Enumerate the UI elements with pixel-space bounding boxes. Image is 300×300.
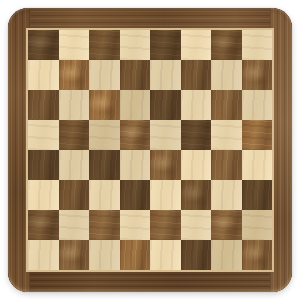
square-h5[interactable] — [242, 120, 273, 150]
square-a3[interactable] — [28, 180, 59, 210]
square-g1[interactable] — [211, 240, 242, 270]
square-b6[interactable] — [59, 90, 90, 120]
square-c5[interactable] — [89, 120, 120, 150]
square-h8[interactable] — [242, 30, 273, 60]
square-g2[interactable] — [211, 210, 242, 240]
square-a6[interactable] — [28, 90, 59, 120]
square-b1[interactable] — [59, 240, 90, 270]
square-b3[interactable] — [59, 180, 90, 210]
square-a1[interactable] — [28, 240, 59, 270]
square-h1[interactable] — [242, 240, 273, 270]
square-h7[interactable] — [242, 60, 273, 90]
square-b8[interactable] — [59, 30, 90, 60]
square-c8[interactable] — [89, 30, 120, 60]
square-c4[interactable] — [89, 150, 120, 180]
square-g8[interactable] — [211, 30, 242, 60]
square-d4[interactable] — [120, 150, 151, 180]
square-c2[interactable] — [89, 210, 120, 240]
square-c3[interactable] — [89, 180, 120, 210]
square-f1[interactable] — [181, 240, 212, 270]
square-e8[interactable] — [150, 30, 181, 60]
square-f4[interactable] — [181, 150, 212, 180]
square-c1[interactable] — [89, 240, 120, 270]
square-b5[interactable] — [59, 120, 90, 150]
square-b4[interactable] — [59, 150, 90, 180]
square-a5[interactable] — [28, 120, 59, 150]
square-e3[interactable] — [150, 180, 181, 210]
photo-background — [0, 0, 300, 300]
square-d5[interactable] — [120, 120, 151, 150]
square-e2[interactable] — [150, 210, 181, 240]
square-d3[interactable] — [120, 180, 151, 210]
square-a8[interactable] — [28, 30, 59, 60]
square-d1[interactable] — [120, 240, 151, 270]
square-g4[interactable] — [211, 150, 242, 180]
square-f2[interactable] — [181, 210, 212, 240]
square-e1[interactable] — [150, 240, 181, 270]
square-h4[interactable] — [242, 150, 273, 180]
square-e6[interactable] — [150, 90, 181, 120]
square-a7[interactable] — [28, 60, 59, 90]
square-g7[interactable] — [211, 60, 242, 90]
square-c6[interactable] — [89, 90, 120, 120]
square-h6[interactable] — [242, 90, 273, 120]
square-f6[interactable] — [181, 90, 212, 120]
square-g5[interactable] — [211, 120, 242, 150]
square-d6[interactable] — [120, 90, 151, 120]
board-playing-area — [26, 28, 274, 272]
square-b2[interactable] — [59, 210, 90, 240]
square-b7[interactable] — [59, 60, 90, 90]
square-d8[interactable] — [120, 30, 151, 60]
square-g3[interactable] — [211, 180, 242, 210]
square-f7[interactable] — [181, 60, 212, 90]
square-h2[interactable] — [242, 210, 273, 240]
square-d7[interactable] — [120, 60, 151, 90]
square-d2[interactable] — [120, 210, 151, 240]
square-a2[interactable] — [28, 210, 59, 240]
square-e7[interactable] — [150, 60, 181, 90]
square-c7[interactable] — [89, 60, 120, 90]
square-g6[interactable] — [211, 90, 242, 120]
square-h3[interactable] — [242, 180, 273, 210]
square-e5[interactable] — [150, 120, 181, 150]
square-f5[interactable] — [181, 120, 212, 150]
square-e4[interactable] — [150, 150, 181, 180]
square-f3[interactable] — [181, 180, 212, 210]
square-f8[interactable] — [181, 30, 212, 60]
square-a4[interactable] — [28, 150, 59, 180]
chess-board — [8, 8, 292, 292]
